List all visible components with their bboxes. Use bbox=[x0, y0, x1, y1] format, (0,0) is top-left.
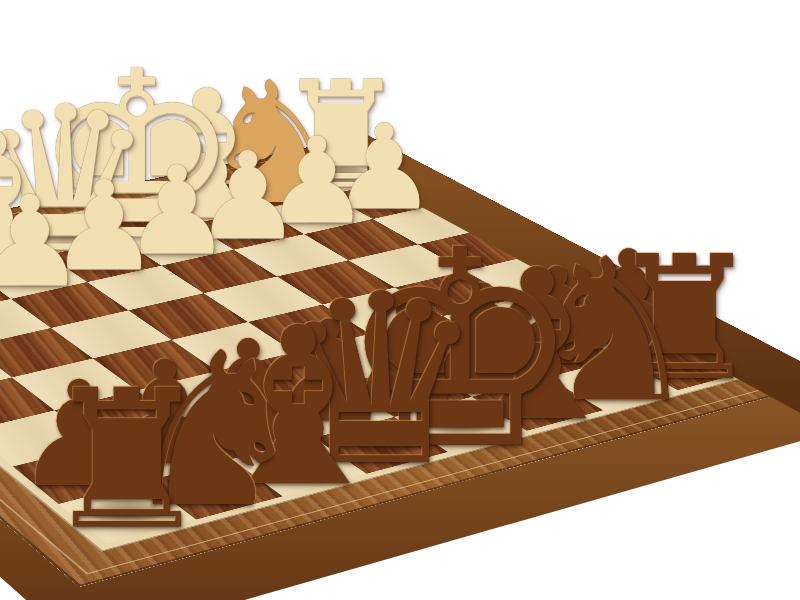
piece-white-pawn[interactable]: ♟ bbox=[0, 180, 86, 305]
piece-black-rook[interactable]: ♜ bbox=[41, 365, 212, 556]
chess-set-photo: ♜♞♟♝♟♚♟♛♟♝♟♞♟♜♟♟♟♟♜♟♞♟♝♟♚♟♛♟♝♟♞♜ bbox=[0, 0, 800, 600]
piece-white-pawn[interactable]: ♟ bbox=[0, 195, 10, 322]
